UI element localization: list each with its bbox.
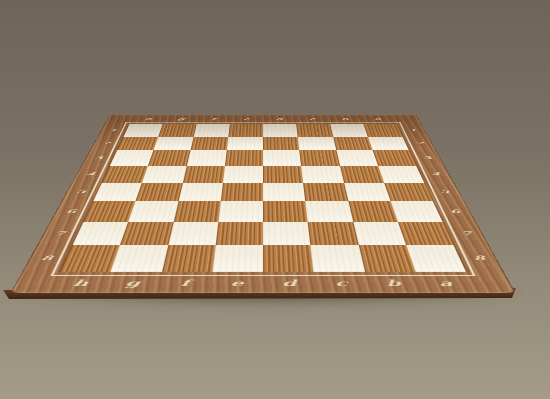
square-a3 <box>372 150 416 165</box>
file-label-top-g: g <box>164 116 198 122</box>
square-e5 <box>221 183 263 202</box>
square-b4 <box>340 166 384 183</box>
file-label-top-e: e <box>230 116 263 122</box>
square-e6 <box>218 201 263 222</box>
square-c2 <box>298 137 336 151</box>
square-d3 <box>263 150 301 165</box>
file-label-top-f: f <box>197 116 231 122</box>
square-a4 <box>378 166 424 183</box>
file-label-bottom-e: e <box>210 276 263 290</box>
square-c7 <box>308 222 358 245</box>
square-e1 <box>228 124 263 137</box>
square-f7 <box>168 222 218 245</box>
square-c3 <box>299 150 339 165</box>
square-c1 <box>296 124 332 137</box>
square-f4 <box>183 166 225 183</box>
square-f2 <box>190 137 228 151</box>
square-f6 <box>173 201 220 222</box>
file-label-bottom-c: c <box>314 276 369 290</box>
square-g2 <box>154 137 194 151</box>
square-d2 <box>263 137 299 151</box>
square-b2 <box>333 137 373 151</box>
square-h4 <box>102 166 148 183</box>
square-h2 <box>117 137 158 151</box>
square-e7 <box>215 222 263 245</box>
square-c8 <box>311 245 365 271</box>
square-b6 <box>348 201 398 222</box>
file-label-top-b: b <box>328 116 362 122</box>
square-g7 <box>120 222 173 245</box>
square-b5 <box>344 183 391 202</box>
square-d5 <box>263 183 305 202</box>
square-h3 <box>110 150 154 165</box>
square-c5 <box>303 183 348 202</box>
board-border: hgfedcba hgfedcba 12345678 12345678 <box>10 115 516 293</box>
square-f5 <box>178 183 223 202</box>
square-g1 <box>158 124 196 137</box>
chess-board: hgfedcba hgfedcba 12345678 12345678 <box>10 115 516 293</box>
file-label-bottom-a: a <box>417 276 475 290</box>
file-label-bottom-g: g <box>104 276 160 290</box>
file-labels-far: hgfedcba <box>131 116 396 122</box>
file-label-top-d: d <box>263 116 296 122</box>
square-d6 <box>263 201 308 222</box>
file-labels-near: hgfedcba <box>51 276 475 290</box>
file-label-bottom-b: b <box>366 276 422 290</box>
square-h1 <box>124 124 163 137</box>
file-label-top-h: h <box>131 116 166 122</box>
square-b3 <box>336 150 378 165</box>
square-b1 <box>330 124 368 137</box>
photo-backdrop: hgfedcba hgfedcba 12345678 12345678 <box>0 0 550 399</box>
square-g5 <box>136 183 183 202</box>
file-label-bottom-d: d <box>263 276 316 290</box>
square-e8 <box>212 245 263 271</box>
file-label-top-c: c <box>295 116 329 122</box>
square-c4 <box>301 166 343 183</box>
square-a2 <box>368 137 409 151</box>
square-a1 <box>363 124 402 137</box>
square-f8 <box>162 245 216 271</box>
square-h6 <box>83 201 135 222</box>
square-d8 <box>263 245 314 271</box>
square-d4 <box>263 166 303 183</box>
square-e2 <box>227 137 263 151</box>
playing-area <box>60 124 466 272</box>
square-g4 <box>142 166 186 183</box>
square-g6 <box>128 201 178 222</box>
square-f3 <box>186 150 226 165</box>
file-label-bottom-f: f <box>157 276 212 290</box>
square-f1 <box>193 124 229 137</box>
square-e4 <box>223 166 263 183</box>
file-label-bottom-h: h <box>51 276 109 290</box>
square-d7 <box>263 222 311 245</box>
square-g3 <box>148 150 190 165</box>
file-label-top-a: a <box>360 116 395 122</box>
square-a5 <box>384 183 433 202</box>
square-g8 <box>111 245 168 271</box>
square-d1 <box>263 124 298 137</box>
square-c6 <box>305 201 352 222</box>
square-h7 <box>72 222 128 245</box>
square-h5 <box>93 183 142 202</box>
square-e3 <box>225 150 263 165</box>
rank-label-right-1: 1 <box>399 124 428 137</box>
